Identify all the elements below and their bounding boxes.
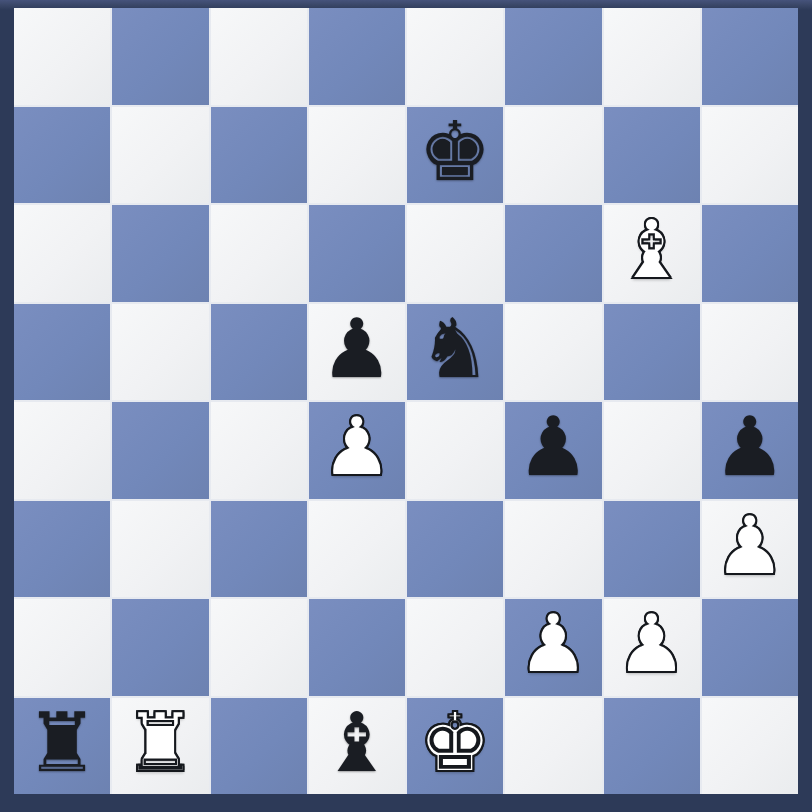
square-f3[interactable] — [505, 501, 601, 598]
square-a3[interactable] — [14, 501, 110, 598]
square-b3[interactable] — [112, 501, 208, 598]
square-g4[interactable] — [604, 402, 700, 499]
piece-black-rook[interactable]: ♜ — [25, 702, 99, 784]
square-c2[interactable] — [211, 599, 307, 696]
square-c5[interactable] — [211, 304, 307, 401]
square-h4[interactable]: ♟ — [702, 402, 798, 499]
square-e5[interactable]: ♞ — [407, 304, 503, 401]
square-g2[interactable]: ♟ — [604, 599, 700, 696]
square-f6[interactable] — [505, 205, 601, 302]
square-a2[interactable] — [14, 599, 110, 696]
square-d7[interactable] — [309, 107, 405, 204]
square-c3[interactable] — [211, 501, 307, 598]
square-f8[interactable] — [505, 8, 601, 105]
square-b6[interactable] — [112, 205, 208, 302]
piece-white-king[interactable]: ♚ — [418, 702, 492, 784]
square-a4[interactable] — [14, 402, 110, 499]
square-g6[interactable]: ♝ — [604, 205, 700, 302]
square-c7[interactable] — [211, 107, 307, 204]
square-c4[interactable] — [211, 402, 307, 499]
piece-black-pawn[interactable]: ♟ — [517, 406, 591, 488]
square-b1[interactable]: ♜ — [112, 698, 208, 795]
piece-white-pawn[interactable]: ♟ — [517, 603, 591, 685]
piece-black-pawn[interactable]: ♟ — [713, 406, 787, 488]
square-h8[interactable] — [702, 8, 798, 105]
piece-white-bishop[interactable]: ♝ — [615, 209, 689, 291]
square-g7[interactable] — [604, 107, 700, 204]
square-e3[interactable] — [407, 501, 503, 598]
square-c8[interactable] — [211, 8, 307, 105]
chess-board: ♚♝♟♞♟♟♟♟♟♟♜♜♝♚ — [14, 8, 798, 794]
square-g1[interactable] — [604, 698, 700, 795]
square-b8[interactable] — [112, 8, 208, 105]
piece-black-pawn[interactable]: ♟ — [320, 308, 394, 390]
square-h2[interactable] — [702, 599, 798, 696]
square-d2[interactable] — [309, 599, 405, 696]
square-b4[interactable] — [112, 402, 208, 499]
square-h7[interactable] — [702, 107, 798, 204]
square-b2[interactable] — [112, 599, 208, 696]
square-h1[interactable] — [702, 698, 798, 795]
square-e7[interactable]: ♚ — [407, 107, 503, 204]
square-g3[interactable] — [604, 501, 700, 598]
square-d1[interactable]: ♝ — [309, 698, 405, 795]
square-f7[interactable] — [505, 107, 601, 204]
square-a6[interactable] — [14, 205, 110, 302]
square-d6[interactable] — [309, 205, 405, 302]
square-d3[interactable] — [309, 501, 405, 598]
square-a5[interactable] — [14, 304, 110, 401]
square-c6[interactable] — [211, 205, 307, 302]
square-h3[interactable]: ♟ — [702, 501, 798, 598]
square-b5[interactable] — [112, 304, 208, 401]
piece-white-pawn[interactable]: ♟ — [713, 505, 787, 587]
square-d4[interactable]: ♟ — [309, 402, 405, 499]
square-d8[interactable] — [309, 8, 405, 105]
piece-white-rook[interactable]: ♜ — [124, 702, 198, 784]
square-e1[interactable]: ♚ — [407, 698, 503, 795]
piece-white-pawn[interactable]: ♟ — [320, 406, 394, 488]
square-f4[interactable]: ♟ — [505, 402, 601, 499]
square-e2[interactable] — [407, 599, 503, 696]
piece-black-king[interactable]: ♚ — [418, 111, 492, 193]
square-f2[interactable]: ♟ — [505, 599, 601, 696]
square-h6[interactable] — [702, 205, 798, 302]
square-g5[interactable] — [604, 304, 700, 401]
board-frame: ♚♝♟♞♟♟♟♟♟♟♜♜♝♚ — [0, 0, 812, 812]
square-e8[interactable] — [407, 8, 503, 105]
square-e4[interactable] — [407, 402, 503, 499]
square-f5[interactable] — [505, 304, 601, 401]
square-a7[interactable] — [14, 107, 110, 204]
square-e6[interactable] — [407, 205, 503, 302]
square-h5[interactable] — [702, 304, 798, 401]
square-f1[interactable] — [505, 698, 601, 795]
square-c1[interactable] — [211, 698, 307, 795]
piece-black-bishop[interactable]: ♝ — [320, 702, 394, 784]
square-b7[interactable] — [112, 107, 208, 204]
square-a1[interactable]: ♜ — [14, 698, 110, 795]
piece-black-knight[interactable]: ♞ — [418, 308, 492, 390]
square-g8[interactable] — [604, 8, 700, 105]
square-d5[interactable]: ♟ — [309, 304, 405, 401]
square-a8[interactable] — [14, 8, 110, 105]
piece-white-pawn[interactable]: ♟ — [615, 603, 689, 685]
